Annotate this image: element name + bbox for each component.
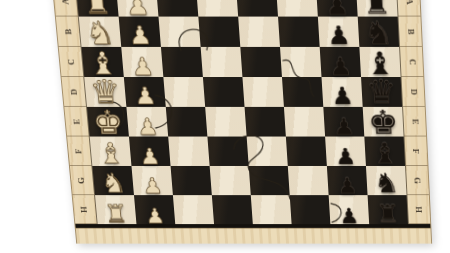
square-d3[interactable] [163, 77, 205, 107]
square-b7[interactable]: ♟ [318, 17, 360, 47]
piece-white-rook-h1[interactable]: ♜ [104, 202, 129, 226]
square-a5[interactable] [236, 0, 278, 17]
file-label-right-b: B [406, 28, 415, 34]
file-label-cell: H [407, 195, 430, 224]
piece-white-pawn-h2[interactable]: ♟ [145, 205, 166, 226]
file-label-right-h: H [414, 206, 423, 213]
square-e7[interactable]: ♟ [323, 107, 364, 137]
file-label-right-g: G [413, 177, 422, 184]
square-g3[interactable] [171, 166, 212, 195]
file-label-right-a: A [404, 0, 413, 4]
square-f3[interactable] [168, 137, 209, 166]
square-a6[interactable] [276, 0, 318, 17]
photo-canvas: ABCDEFGH ♜♟♟♜♞♟♟♞♝♟♟♝♛♟♟♛♚♟♟♚♝♟♟♝♞♟♟♞♜♟♟… [0, 0, 450, 253]
square-e3[interactable] [166, 107, 208, 137]
square-h1[interactable]: ♜ [95, 195, 136, 224]
square-g5[interactable] [249, 166, 290, 195]
file-label-left-g: G [77, 177, 86, 184]
square-f1[interactable]: ♝ [90, 137, 132, 166]
piece-white-pawn-b2[interactable]: ♟ [128, 24, 153, 49]
square-g4[interactable] [210, 166, 251, 195]
square-h3[interactable] [173, 195, 214, 224]
chess-board: ABCDEFGH ♜♟♟♜♞♟♟♞♝♟♟♝♛♟♟♛♚♟♟♚♝♟♟♝♞♟♟♞♜♟♟… [52, 0, 432, 244]
file-label-left-e: E [72, 118, 81, 124]
file-label-left-c: C [66, 58, 75, 64]
square-d6[interactable] [282, 77, 323, 107]
file-label-cell: D [62, 77, 86, 107]
square-e2[interactable]: ♟ [126, 107, 168, 137]
file-label-cell: D [402, 77, 425, 107]
squares-grid: ♜♟♟♜♞♟♟♞♝♟♟♝♛♟♟♛♚♟♟♚♝♟♟♝♞♟♟♞♜♟♟♜ [76, 0, 408, 224]
square-g6[interactable] [288, 166, 329, 195]
piece-white-bishop-f1[interactable]: ♝ [96, 140, 125, 168]
file-label-cell: E [403, 107, 426, 137]
piece-black-king-e8[interactable]: ♚ [367, 106, 399, 139]
square-h4[interactable] [212, 195, 253, 224]
square-g8[interactable]: ♞ [366, 166, 407, 195]
square-c6[interactable] [280, 47, 322, 77]
piece-black-pawn-b7[interactable]: ♟ [327, 24, 351, 49]
piece-white-pawn-f2[interactable]: ♟ [139, 146, 161, 168]
piece-white-pawn-a2[interactable]: ♟ [125, 0, 151, 19]
file-label-cell: F [405, 137, 428, 166]
square-g2[interactable]: ♟ [131, 166, 172, 195]
piece-white-king-e1[interactable]: ♚ [92, 106, 125, 139]
square-b8[interactable]: ♞ [358, 17, 399, 47]
square-d4[interactable] [203, 77, 245, 107]
file-label-left-d: D [69, 88, 78, 94]
square-e4[interactable] [205, 107, 246, 137]
piece-black-pawn-c7[interactable]: ♟ [329, 55, 353, 79]
square-e5[interactable] [245, 107, 286, 137]
file-label-left-b: B [63, 28, 72, 34]
piece-black-pawn-f7[interactable]: ♟ [335, 146, 357, 168]
file-label-right-e: E [410, 118, 419, 124]
piece-black-rook-h8[interactable]: ♜ [376, 202, 400, 226]
square-b1[interactable]: ♞ [79, 17, 121, 47]
file-label-right-f: F [411, 148, 420, 153]
piece-black-knight-g8[interactable]: ♞ [373, 170, 399, 197]
piece-white-pawn-g2[interactable]: ♟ [142, 176, 164, 197]
square-b6[interactable] [278, 17, 320, 47]
square-d7[interactable]: ♟ [321, 77, 362, 107]
piece-black-pawn-e7[interactable]: ♟ [333, 116, 355, 139]
square-a4[interactable] [196, 0, 238, 17]
file-label-cell: H [73, 195, 97, 224]
square-h2[interactable]: ♟ [134, 195, 175, 224]
square-d5[interactable] [242, 77, 283, 107]
square-b2[interactable]: ♟ [119, 17, 161, 47]
file-label-left-f: F [75, 148, 84, 153]
file-label-left-h: H [80, 206, 89, 213]
piece-black-pawn-h7[interactable]: ♟ [339, 205, 360, 226]
file-label-cell: C [400, 47, 423, 77]
file-label-right-d: D [409, 88, 418, 94]
file-label-cell: B [56, 17, 81, 47]
file-label-cell: E [64, 107, 88, 137]
file-label-cell: B [399, 17, 422, 47]
square-b5[interactable] [238, 17, 280, 47]
square-g1[interactable]: ♞ [92, 166, 134, 195]
square-h6[interactable] [290, 195, 331, 224]
square-c2[interactable]: ♟ [121, 47, 163, 77]
file-label-right-c: C [407, 58, 416, 64]
square-e6[interactable] [284, 107, 325, 137]
square-c7[interactable]: ♟ [320, 47, 361, 77]
file-label-cell: G [406, 166, 429, 195]
piece-black-pawn-d7[interactable]: ♟ [331, 85, 354, 109]
board-frame-bottom [76, 228, 431, 244]
piece-white-knight-g1[interactable]: ♞ [100, 170, 127, 197]
piece-white-pawn-e2[interactable]: ♟ [136, 116, 159, 139]
file-label-left-a: A [61, 0, 71, 4]
square-f6[interactable] [286, 137, 327, 166]
square-h8[interactable]: ♜ [368, 195, 408, 224]
square-g7[interactable]: ♟ [327, 166, 368, 195]
file-label-cell: A [397, 0, 420, 17]
square-f4[interactable] [207, 137, 248, 166]
square-c3[interactable] [161, 47, 203, 77]
board-squares-area: ♜♟♟♜♞♟♟♞♝♟♟♝♛♟♟♛♚♟♟♚♝♟♟♝♞♟♟♞♜♟♟♜ [75, 0, 409, 224]
square-b4[interactable] [198, 17, 240, 47]
piece-white-pawn-c2[interactable]: ♟ [131, 55, 155, 79]
square-a2[interactable]: ♟ [116, 0, 158, 17]
square-a3[interactable] [156, 0, 198, 17]
square-f7[interactable]: ♟ [325, 137, 366, 166]
piece-black-bishop-f8[interactable]: ♝ [371, 140, 399, 168]
piece-white-pawn-d2[interactable]: ♟ [133, 85, 157, 109]
piece-black-pawn-g7[interactable]: ♟ [337, 176, 358, 197]
piece-black-pawn-a7[interactable]: ♟ [325, 0, 350, 19]
square-f5[interactable] [247, 137, 288, 166]
square-b3[interactable] [158, 17, 200, 47]
square-f2[interactable]: ♟ [129, 137, 171, 166]
square-a7[interactable]: ♟ [316, 0, 358, 17]
file-label-cell: G [70, 166, 94, 195]
square-d2[interactable]: ♟ [124, 77, 166, 107]
square-h7[interactable]: ♟ [329, 195, 370, 224]
square-h5[interactable] [251, 195, 292, 224]
square-c5[interactable] [240, 47, 282, 77]
square-e8[interactable]: ♚ [363, 107, 404, 137]
file-label-cell: C [59, 47, 84, 77]
square-e1[interactable]: ♚ [87, 107, 129, 137]
file-label-cell: A [53, 0, 78, 17]
file-label-cell: F [67, 137, 91, 166]
square-c4[interactable] [201, 47, 243, 77]
